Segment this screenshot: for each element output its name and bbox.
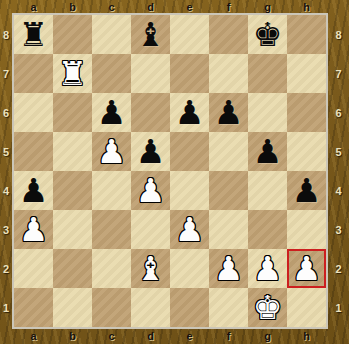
square-a5[interactable] [14,132,53,171]
file-label-top-d: d [131,0,170,13]
file-label-top-g: g [248,0,287,13]
square-d1[interactable] [131,288,170,327]
rank-label-right-6: 6 [328,93,349,132]
piece-white-pawn[interactable]: ♟ [248,249,287,288]
square-b2[interactable] [53,249,92,288]
piece-black-pawn[interactable]: ♟ [131,132,170,171]
square-d4[interactable]: ♟ [131,171,170,210]
square-h8[interactable] [287,15,326,54]
piece-black-pawn[interactable]: ♟ [209,93,248,132]
rank-label-left-7: 7 [0,54,12,93]
file-label-bottom-e: e [170,329,209,344]
square-a3[interactable]: ♟ [14,210,53,249]
square-f8[interactable] [209,15,248,54]
square-b6[interactable] [53,93,92,132]
square-a1[interactable] [14,288,53,327]
square-a2[interactable] [14,249,53,288]
rank-label-left-4: 4 [0,171,12,210]
square-e1[interactable] [170,288,209,327]
square-a8[interactable]: ♜ [14,15,53,54]
square-g6[interactable] [248,93,287,132]
square-d3[interactable] [131,210,170,249]
square-e8[interactable] [170,15,209,54]
rank-label-right-5: 5 [328,132,349,171]
square-a6[interactable] [14,93,53,132]
rank-labels-right: 87654321 [328,15,349,327]
piece-white-king[interactable]: ♚ [248,288,287,327]
square-g4[interactable] [248,171,287,210]
piece-black-pawn[interactable]: ♟ [92,93,131,132]
square-c8[interactable] [92,15,131,54]
file-label-bottom-b: b [53,329,92,344]
file-label-bottom-h: h [287,329,326,344]
square-a4[interactable]: ♟ [14,171,53,210]
rank-label-right-8: 8 [328,15,349,54]
piece-white-pawn[interactable]: ♟ [92,132,131,171]
piece-white-rook[interactable]: ♜ [53,54,92,93]
square-h3[interactable] [287,210,326,249]
square-b3[interactable] [53,210,92,249]
square-b1[interactable] [53,288,92,327]
rank-label-right-7: 7 [328,54,349,93]
file-label-top-f: f [209,0,248,13]
rank-label-left-5: 5 [0,132,12,171]
square-e2[interactable] [170,249,209,288]
piece-black-pawn[interactable]: ♟ [170,93,209,132]
square-h6[interactable] [287,93,326,132]
square-b7[interactable]: ♜ [53,54,92,93]
piece-black-rook[interactable]: ♜ [14,15,53,54]
square-g7[interactable] [248,54,287,93]
file-label-bottom-a: a [14,329,53,344]
square-f3[interactable] [209,210,248,249]
rank-labels-left: 87654321 [0,15,12,327]
piece-black-bishop[interactable]: ♝ [131,15,170,54]
square-h5[interactable] [287,132,326,171]
rank-label-left-6: 6 [0,93,12,132]
square-f1[interactable] [209,288,248,327]
piece-white-pawn[interactable]: ♟ [209,249,248,288]
rank-label-left-1: 1 [0,288,12,327]
square-e4[interactable] [170,171,209,210]
rank-label-right-2: 2 [328,249,349,288]
rank-label-right-4: 4 [328,171,349,210]
rank-label-right-3: 3 [328,210,349,249]
square-g1[interactable]: ♚ [248,288,287,327]
file-label-bottom-g: g [248,329,287,344]
square-c6[interactable]: ♟ [92,93,131,132]
square-f6[interactable]: ♟ [209,93,248,132]
file-label-top-h: h [287,0,326,13]
piece-white-pawn[interactable]: ♟ [287,249,326,288]
file-label-top-a: a [14,0,53,13]
square-d6[interactable] [131,93,170,132]
square-d7[interactable] [131,54,170,93]
square-c4[interactable] [92,171,131,210]
square-e6[interactable]: ♟ [170,93,209,132]
square-g8[interactable]: ♚ [248,15,287,54]
file-label-bottom-d: d [131,329,170,344]
square-d5[interactable]: ♟ [131,132,170,171]
square-a7[interactable] [14,54,53,93]
piece-white-pawn[interactable]: ♟ [131,171,170,210]
square-d8[interactable]: ♝ [131,15,170,54]
file-labels-bottom: abcdefgh [14,329,326,344]
square-h2-highlighted[interactable]: ♟ [287,249,326,288]
rank-label-left-2: 2 [0,249,12,288]
square-f4[interactable] [209,171,248,210]
piece-white-bishop[interactable]: ♝ [131,249,170,288]
square-g3[interactable] [248,210,287,249]
piece-black-pawn[interactable]: ♟ [14,171,53,210]
square-f2[interactable]: ♟ [209,249,248,288]
square-b4[interactable] [53,171,92,210]
chess-board[interactable]: ♜♝♚♜♟♟♟♟♟♟♟♟♟♟♟♝♟♟♟♚ [12,13,328,329]
square-c5[interactable]: ♟ [92,132,131,171]
square-f5[interactable] [209,132,248,171]
square-b5[interactable] [53,132,92,171]
file-label-bottom-c: c [92,329,131,344]
file-label-top-b: b [53,0,92,13]
square-c3[interactable] [92,210,131,249]
square-f7[interactable] [209,54,248,93]
square-c2[interactable] [92,249,131,288]
file-label-bottom-f: f [209,329,248,344]
piece-black-pawn[interactable]: ♟ [287,171,326,210]
piece-white-pawn[interactable]: ♟ [170,210,209,249]
square-e5[interactable] [170,132,209,171]
square-h7[interactable] [287,54,326,93]
square-g5[interactable]: ♟ [248,132,287,171]
square-e7[interactable] [170,54,209,93]
piece-black-king[interactable]: ♚ [248,15,287,54]
rank-label-left-3: 3 [0,210,12,249]
square-b8[interactable] [53,15,92,54]
square-c7[interactable] [92,54,131,93]
piece-white-pawn[interactable]: ♟ [14,210,53,249]
rank-label-left-8: 8 [0,15,12,54]
square-h1[interactable] [287,288,326,327]
piece-black-pawn[interactable]: ♟ [248,132,287,171]
square-e3[interactable]: ♟ [170,210,209,249]
rank-label-right-1: 1 [328,288,349,327]
file-label-top-e: e [170,0,209,13]
square-h4[interactable]: ♟ [287,171,326,210]
file-label-top-c: c [92,0,131,13]
file-labels-top: abcdefgh [14,0,326,13]
square-d2[interactable]: ♝ [131,249,170,288]
board-frame: abcdefgh 87654321 ♜♝♚♜♟♟♟♟♟♟♟♟♟♟♟♝♟♟♟♚ 8… [0,0,349,344]
square-g2[interactable]: ♟ [248,249,287,288]
square-c1[interactable] [92,288,131,327]
